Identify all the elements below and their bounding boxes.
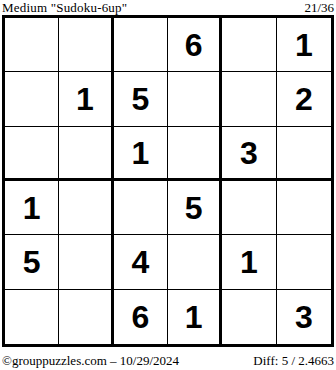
cell-r6c4[interactable]: 1 [168,290,222,344]
given-digit: 6 [131,300,149,333]
given-digit: 1 [76,82,94,115]
given-digit: 3 [295,300,313,333]
cell-r1c1[interactable] [5,18,59,72]
cell-r5c1[interactable]: 5 [5,235,59,289]
cell-r2c4[interactable] [168,72,222,126]
cell-r2c3[interactable]: 5 [114,72,168,126]
cell-r3c6[interactable] [277,127,331,181]
given-digit: 6 [185,28,203,61]
cell-r4c5[interactable] [222,181,276,235]
given-digit: 1 [240,245,258,278]
cell-r5c6[interactable] [277,235,331,289]
cell-r4c6[interactable] [277,181,331,235]
cell-r6c3[interactable]: 6 [114,290,168,344]
sudoku-board: 611521315541613 [2,15,334,347]
difficulty-text: Diff: 5 / 2.4663 [253,353,334,368]
cell-r5c5[interactable]: 1 [222,235,276,289]
cell-r6c6[interactable]: 3 [277,290,331,344]
given-digit: 1 [131,136,149,169]
given-digit: 5 [131,82,149,115]
footer: ©grouppuzzles.com – 10/29/2024 Diff: 5 /… [0,353,336,368]
puzzle-counter: 21/36 [304,1,334,14]
cell-r5c4[interactable] [168,235,222,289]
copyright-text: ©grouppuzzles.com – 10/29/2024 [2,353,179,368]
cell-r5c3[interactable]: 4 [114,235,168,289]
cell-r1c5[interactable] [222,18,276,72]
cell-r2c5[interactable] [222,72,276,126]
given-digit: 2 [295,82,313,115]
given-digit: 5 [185,191,203,224]
cell-r2c6[interactable]: 2 [277,72,331,126]
cell-r3c4[interactable] [168,127,222,181]
cell-r1c4[interactable]: 6 [168,18,222,72]
cell-r1c3[interactable] [114,18,168,72]
cell-r6c1[interactable] [5,290,59,344]
cell-r3c5[interactable]: 3 [222,127,276,181]
given-digit: 1 [23,191,41,224]
given-digit: 1 [295,28,313,61]
cell-r3c1[interactable] [5,127,59,181]
cell-r4c2[interactable] [59,181,113,235]
given-digit: 3 [240,136,258,169]
given-digit: 1 [185,300,203,333]
given-digit: 5 [23,245,41,278]
given-digit: 4 [131,245,149,278]
cell-r1c6[interactable]: 1 [277,18,331,72]
puzzle-title: Medium "Sudoku-6up" [2,1,127,14]
cell-r3c2[interactable] [59,127,113,181]
cell-r2c2[interactable]: 1 [59,72,113,126]
cell-r4c1[interactable]: 1 [5,181,59,235]
cell-r4c3[interactable] [114,181,168,235]
cell-r5c2[interactable] [59,235,113,289]
cell-r6c5[interactable] [222,290,276,344]
cell-r1c2[interactable] [59,18,113,72]
cell-r6c2[interactable] [59,290,113,344]
cell-r4c4[interactable]: 5 [168,181,222,235]
cell-r3c3[interactable]: 1 [114,127,168,181]
cell-r2c1[interactable] [5,72,59,126]
header: Medium "Sudoku-6up" 21/36 [0,0,336,14]
